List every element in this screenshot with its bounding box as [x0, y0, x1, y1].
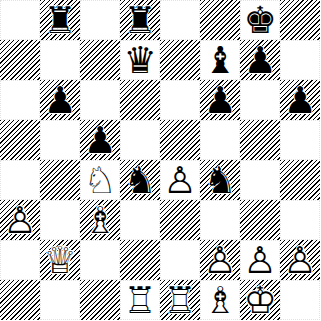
- chess-board: ♜♜♚♛♝♟♟♟♟♟♞♘♞♟♙♞♟♙♝♗♛♕♟♙♟♙♟♙♜♖♜♖♝♗♚♔: [0, 0, 320, 320]
- square-e4[interactable]: ♟♙: [160, 160, 200, 200]
- square-a8[interactable]: [0, 0, 40, 40]
- square-c4[interactable]: ♞♘: [80, 160, 120, 200]
- square-c5[interactable]: ♟: [80, 120, 120, 160]
- black-queen-piece[interactable]: ♛: [120, 40, 160, 80]
- white-queen-piece[interactable]: ♛♕: [40, 240, 80, 280]
- black-knight-piece[interactable]: ♞: [200, 160, 240, 200]
- square-a1[interactable]: [0, 280, 40, 320]
- black-rook-piece[interactable]: ♜: [120, 0, 160, 40]
- white-king-piece[interactable]: ♚♔: [240, 280, 280, 320]
- piece-outline-glyph: ♙: [280, 240, 320, 280]
- square-d1[interactable]: ♜♖: [120, 280, 160, 320]
- piece-outline-glyph: ♙: [200, 240, 240, 280]
- piece-outline-glyph: ♔: [240, 280, 280, 320]
- square-c2[interactable]: [80, 240, 120, 280]
- square-b3[interactable]: [40, 200, 80, 240]
- piece-fill-glyph: ♟: [80, 120, 120, 160]
- square-e5[interactable]: [160, 120, 200, 160]
- black-knight-piece[interactable]: ♞: [120, 160, 160, 200]
- chess-diagram-page: ♜♜♚♛♝♟♟♟♟♟♞♘♞♟♙♞♟♙♝♗♛♕♟♙♟♙♟♙♜♖♜♖♝♗♚♔: [0, 0, 321, 321]
- white-pawn-piece[interactable]: ♟♙: [280, 240, 320, 280]
- square-f8[interactable]: [200, 0, 240, 40]
- square-b8[interactable]: ♜: [40, 0, 80, 40]
- piece-fill-glyph: ♟: [40, 80, 80, 120]
- square-g6[interactable]: [240, 80, 280, 120]
- square-h1[interactable]: [280, 280, 320, 320]
- white-pawn-piece[interactable]: ♟♙: [200, 240, 240, 280]
- square-c1[interactable]: [80, 280, 120, 320]
- black-pawn-piece[interactable]: ♟: [80, 120, 120, 160]
- square-h3[interactable]: [280, 200, 320, 240]
- square-a5[interactable]: [0, 120, 40, 160]
- piece-fill-glyph: ♚: [240, 0, 280, 40]
- square-e1[interactable]: ♜♖: [160, 280, 200, 320]
- square-b6[interactable]: ♟: [40, 80, 80, 120]
- white-pawn-piece[interactable]: ♟♙: [0, 200, 40, 240]
- square-d6[interactable]: [120, 80, 160, 120]
- square-h2[interactable]: ♟♙: [280, 240, 320, 280]
- black-pawn-piece[interactable]: ♟: [200, 80, 240, 120]
- square-f4[interactable]: ♞: [200, 160, 240, 200]
- piece-fill-glyph: ♛: [120, 40, 160, 80]
- square-a6[interactable]: [0, 80, 40, 120]
- square-c6[interactable]: [80, 80, 120, 120]
- piece-fill-glyph: ♜: [40, 0, 80, 40]
- square-a4[interactable]: [0, 160, 40, 200]
- square-b1[interactable]: [40, 280, 80, 320]
- black-pawn-piece[interactable]: ♟: [40, 80, 80, 120]
- piece-fill-glyph: ♝: [200, 40, 240, 80]
- piece-outline-glyph: ♖: [160, 280, 200, 320]
- square-g8[interactable]: ♚: [240, 0, 280, 40]
- square-b2[interactable]: ♛♕: [40, 240, 80, 280]
- piece-fill-glyph: ♟: [200, 80, 240, 120]
- black-pawn-piece[interactable]: ♟: [240, 40, 280, 80]
- square-e6[interactable]: [160, 80, 200, 120]
- square-g4[interactable]: [240, 160, 280, 200]
- square-c7[interactable]: [80, 40, 120, 80]
- square-f2[interactable]: ♟♙: [200, 240, 240, 280]
- square-e3[interactable]: [160, 200, 200, 240]
- square-g7[interactable]: ♟: [240, 40, 280, 80]
- white-rook-piece[interactable]: ♜♖: [120, 280, 160, 320]
- black-king-piece[interactable]: ♚: [240, 0, 280, 40]
- piece-fill-glyph: ♟: [240, 40, 280, 80]
- square-e7[interactable]: [160, 40, 200, 80]
- piece-outline-glyph: ♙: [240, 240, 280, 280]
- black-bishop-piece[interactable]: ♝: [200, 40, 240, 80]
- white-pawn-piece[interactable]: ♟♙: [240, 240, 280, 280]
- square-d2[interactable]: [120, 240, 160, 280]
- white-bishop-piece[interactable]: ♝♗: [80, 200, 120, 240]
- square-f5[interactable]: [200, 120, 240, 160]
- square-f6[interactable]: ♟: [200, 80, 240, 120]
- black-pawn-piece[interactable]: ♟: [280, 80, 320, 120]
- square-d5[interactable]: [120, 120, 160, 160]
- white-bishop-piece[interactable]: ♝♗: [200, 280, 240, 320]
- piece-outline-glyph: ♕: [40, 240, 80, 280]
- piece-outline-glyph: ♙: [0, 200, 40, 240]
- square-f1[interactable]: ♝♗: [200, 280, 240, 320]
- square-a7[interactable]: [0, 40, 40, 80]
- square-e8[interactable]: [160, 0, 200, 40]
- white-knight-piece[interactable]: ♞♘: [80, 160, 120, 200]
- piece-outline-glyph: ♗: [80, 200, 120, 240]
- square-c3[interactable]: ♝♗: [80, 200, 120, 240]
- square-h8[interactable]: [280, 0, 320, 40]
- black-rook-piece[interactable]: ♜: [40, 0, 80, 40]
- square-g2[interactable]: ♟♙: [240, 240, 280, 280]
- piece-outline-glyph: ♙: [160, 160, 200, 200]
- piece-outline-glyph: ♘: [80, 160, 120, 200]
- square-c8[interactable]: [80, 0, 120, 40]
- square-a2[interactable]: [0, 240, 40, 280]
- square-d4[interactable]: ♞: [120, 160, 160, 200]
- square-h4[interactable]: [280, 160, 320, 200]
- square-e2[interactable]: [160, 240, 200, 280]
- square-h7[interactable]: [280, 40, 320, 80]
- white-pawn-piece[interactable]: ♟♙: [160, 160, 200, 200]
- square-b7[interactable]: [40, 40, 80, 80]
- square-a3[interactable]: ♟♙: [0, 200, 40, 240]
- square-d8[interactable]: ♜: [120, 0, 160, 40]
- piece-fill-glyph: ♟: [280, 80, 320, 120]
- piece-fill-glyph: ♜: [120, 0, 160, 40]
- square-h6[interactable]: ♟: [280, 80, 320, 120]
- piece-outline-glyph: ♖: [120, 280, 160, 320]
- piece-outline-glyph: ♗: [200, 280, 240, 320]
- white-rook-piece[interactable]: ♜♖: [160, 280, 200, 320]
- square-d7[interactable]: ♛: [120, 40, 160, 80]
- piece-fill-glyph: ♞: [120, 160, 160, 200]
- square-g5[interactable]: [240, 120, 280, 160]
- square-h5[interactable]: [280, 120, 320, 160]
- square-g1[interactable]: ♚♔: [240, 280, 280, 320]
- square-d3[interactable]: [120, 200, 160, 240]
- square-f3[interactable]: [200, 200, 240, 240]
- square-f7[interactable]: ♝: [200, 40, 240, 80]
- square-b4[interactable]: [40, 160, 80, 200]
- square-b5[interactable]: [40, 120, 80, 160]
- piece-fill-glyph: ♞: [200, 160, 240, 200]
- square-g3[interactable]: [240, 200, 280, 240]
